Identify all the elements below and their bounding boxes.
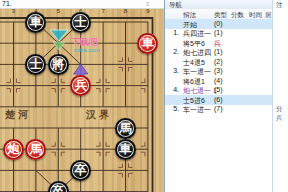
move-number: 1. [165, 29, 179, 36]
black-piece-車[interactable]: 車 [25, 12, 46, 33]
move-type: (5) [214, 86, 223, 93]
move-type: (2) [214, 58, 223, 65]
black-piece-士[interactable]: 士 [70, 12, 91, 33]
app-window: 71. ≡ 3456789 楚河 汉界 車士車士將兵馬炮馬車卒卒 下载吧 xzb… [0, 0, 288, 192]
move-row[interactable]: 士4退5(2) [165, 57, 273, 67]
red-piece-車[interactable]: 車 [137, 33, 158, 54]
note-column-title: 注 [276, 1, 283, 10]
black-piece-車[interactable]: 車 [115, 139, 136, 160]
move-type: (0) [214, 20, 223, 27]
navigation-panel: 导航 招法 类型 分数 时间 层 开始(0)1.兵四进一(1)将5平6兵2.炮七… [164, 0, 288, 192]
file-label: 8 [122, 8, 130, 15]
move-number: 4. [165, 86, 179, 93]
menu-grip-icon[interactable]: ≡ [146, 1, 154, 7]
move-number: 2. [165, 48, 179, 55]
move-type: (7) [214, 105, 223, 112]
title-bar: 71. ≡ [0, 0, 164, 9]
move-type: (3) [214, 67, 223, 74]
file-label: 3 [10, 8, 18, 15]
black-piece-將[interactable]: 將 [48, 54, 69, 75]
file-label: 9 [144, 8, 152, 15]
black-piece-卒[interactable]: 卒 [70, 160, 91, 181]
move-row[interactable]: 1.兵四进一(1) [165, 29, 273, 39]
file-label: 5 [54, 8, 62, 15]
red-piece-馬[interactable]: 馬 [25, 139, 46, 160]
move-row[interactable]: 士5进6(6) [165, 95, 273, 105]
note-column: 注 分 兵 [272, 0, 288, 192]
note-text-fragment: 分 [276, 105, 283, 114]
move-row[interactable]: 将6退1(4) [165, 76, 273, 86]
black-piece-馬[interactable]: 馬 [115, 118, 136, 139]
move-row[interactable]: 将5平6兵 [165, 38, 273, 48]
move-type: (4) [214, 77, 223, 84]
move-row[interactable]: 2.炮七进四(1) [165, 48, 273, 58]
move-row[interactable]: 开始(0) [165, 19, 273, 29]
file-label: 7 [99, 8, 107, 15]
move-number: 3. [165, 67, 179, 74]
watermark-logo-icon [50, 30, 68, 50]
river-label-left: 楚河 [5, 108, 31, 122]
move-number: 5. [165, 105, 179, 112]
move-text: 车一进一 [183, 105, 211, 115]
move-type: (6) [214, 96, 223, 103]
move-type: (1) [214, 48, 223, 55]
red-piece-炮[interactable]: 炮 [3, 139, 24, 160]
move-row[interactable]: 5.车一进一(7) [165, 105, 273, 115]
move-row[interactable]: 4.炮七退一 1-(5) [165, 86, 273, 96]
page-title: 71. [2, 0, 12, 8]
move-list: 开始(0)1.兵四进一(1)将5平6兵2.炮七进四(1)士4退5(2)3.车一退… [165, 19, 273, 114]
note-text-fragment: 兵 [276, 114, 283, 123]
xiangqi-board[interactable]: 3456789 楚河 汉界 車士車士將兵馬炮馬車卒卒 下载吧 xzba.com [0, 8, 164, 192]
river-label-right: 汉界 [86, 108, 112, 122]
move-type: (1) [214, 29, 223, 36]
move-row[interactable]: 3.车一退一(3) [165, 67, 273, 77]
